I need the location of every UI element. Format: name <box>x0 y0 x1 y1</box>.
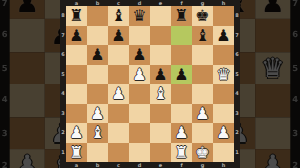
piece-white-pawn[interactable]: ♟ <box>108 84 129 104</box>
piece-black-pawn: ♟ <box>10 0 45 19</box>
square-a6 <box>10 19 45 52</box>
square-h5[interactable]: ♛ <box>213 65 234 85</box>
square-a8[interactable]: ♜ <box>66 6 87 26</box>
rank-label-6: 6 <box>290 19 300 52</box>
piece-white-bishop[interactable]: ♝ <box>150 84 171 104</box>
square-d7[interactable] <box>129 26 150 46</box>
square-e1[interactable] <box>150 143 171 163</box>
piece-white-pawn[interactable]: ♟ <box>171 123 192 143</box>
square-g3[interactable]: ♟ <box>192 104 213 124</box>
squares-grid: ♜♝♛♜♚♟♟♝♟♟♟♟♟♟♛♟♝♟♟♟♝♟♟♜♜♚ <box>66 6 234 162</box>
piece-white-bishop[interactable]: ♝ <box>87 123 108 143</box>
rank-label-6: 6 <box>0 19 10 52</box>
board-corner <box>234 162 240 168</box>
rank-label-8: 8 <box>234 6 240 26</box>
square-e4[interactable]: ♝ <box>150 84 171 104</box>
piece-white-king[interactable]: ♚ <box>192 143 213 163</box>
main-board-layer: abcdefgh87654321♜♝♛♜♚♟♟♝♟♟♟♟♟♟♛♟♝♟♟♟♝♟♟♜… <box>60 0 240 168</box>
video-frame: abcdefgh87654321♜♝♛♜♚♟♟♝♟♟♟♟♟♟♛♟♝♟♟♟♝♟♟♜… <box>0 0 300 168</box>
piece-white-pawn: ♟ <box>10 149 45 168</box>
square-a4 <box>10 84 45 117</box>
piece-white-queen[interactable]: ♛ <box>213 65 234 85</box>
square-h6 <box>255 19 290 52</box>
square-b7[interactable] <box>87 26 108 46</box>
square-b1[interactable] <box>87 143 108 163</box>
chess-board: abcdefgh87654321♜♝♛♜♚♟♟♝♟♟♟♟♟♟♛♟♝♟♟♟♝♟♟♜… <box>60 0 240 168</box>
square-e8[interactable] <box>150 6 171 26</box>
piece-white-pawn[interactable]: ♟ <box>66 123 87 143</box>
square-e3[interactable] <box>150 104 171 124</box>
rank-label-7: 7 <box>0 0 10 19</box>
piece-black-rook[interactable]: ♜ <box>171 6 192 26</box>
square-c3[interactable] <box>108 104 129 124</box>
square-g5[interactable] <box>192 65 213 85</box>
square-f2[interactable]: ♟ <box>171 123 192 143</box>
square-h8[interactable] <box>213 6 234 26</box>
rank-label-3: 3 <box>0 117 10 150</box>
square-d4[interactable] <box>129 84 150 104</box>
square-c8[interactable]: ♝ <box>108 6 129 26</box>
square-g8[interactable]: ♚ <box>192 6 213 26</box>
square-b6[interactable]: ♟ <box>87 45 108 65</box>
piece-white-queen: ♛ <box>255 51 290 84</box>
rank-label-3: 3 <box>234 104 240 124</box>
square-c6[interactable] <box>108 45 129 65</box>
piece-white-pawn[interactable]: ♟ <box>192 104 213 124</box>
square-d8[interactable]: ♛ <box>129 6 150 26</box>
square-b2[interactable]: ♝ <box>87 123 108 143</box>
piece-black-king[interactable]: ♚ <box>192 6 213 26</box>
piece-black-pawn[interactable]: ♟ <box>129 45 150 65</box>
square-h4[interactable] <box>213 84 234 104</box>
rank-label-5: 5 <box>0 51 10 84</box>
square-f1[interactable]: ♜ <box>171 143 192 163</box>
square-a5[interactable] <box>66 65 87 85</box>
square-d6[interactable]: ♟ <box>129 45 150 65</box>
square-h3[interactable] <box>213 104 234 124</box>
square-e2[interactable] <box>150 123 171 143</box>
square-h1[interactable] <box>213 143 234 163</box>
rank-label-2: 2 <box>290 149 300 168</box>
piece-black-pawn[interactable]: ♟ <box>87 45 108 65</box>
rank-labels-left: 87654321 <box>0 0 10 168</box>
square-g6[interactable] <box>192 45 213 65</box>
square-b4[interactable] <box>87 84 108 104</box>
rank-label-4: 4 <box>234 84 240 104</box>
square-a5 <box>10 51 45 84</box>
square-a2[interactable]: ♟ <box>66 123 87 143</box>
square-h7: ♟ <box>255 0 290 19</box>
square-h7[interactable]: ♟ <box>213 26 234 46</box>
square-d2[interactable] <box>129 123 150 143</box>
square-d1[interactable] <box>129 143 150 163</box>
piece-black-pawn[interactable]: ♟ <box>108 26 129 46</box>
square-g1[interactable]: ♚ <box>192 143 213 163</box>
square-b5[interactable] <box>87 65 108 85</box>
square-b3[interactable]: ♟ <box>87 104 108 124</box>
square-h3 <box>255 117 290 150</box>
rank-label-2: 2 <box>0 149 10 168</box>
square-f7[interactable] <box>171 26 192 46</box>
piece-white-pawn[interactable]: ♟ <box>213 123 234 143</box>
square-g7[interactable]: ♝ <box>192 26 213 46</box>
square-d5[interactable]: ♟ <box>129 65 150 85</box>
square-h5: ♛ <box>255 51 290 84</box>
rank-label-5: 5 <box>234 65 240 85</box>
square-a6[interactable] <box>66 45 87 65</box>
square-c5[interactable] <box>108 65 129 85</box>
square-a2: ♟ <box>10 149 45 168</box>
square-a3[interactable] <box>66 104 87 124</box>
piece-white-pawn[interactable]: ♟ <box>87 104 108 124</box>
square-c2[interactable] <box>108 123 129 143</box>
square-h4 <box>255 84 290 117</box>
square-h6[interactable] <box>213 45 234 65</box>
square-a4[interactable] <box>66 84 87 104</box>
piece-white-rook[interactable]: ♜ <box>66 143 87 163</box>
rank-label-3: 3 <box>290 117 300 150</box>
rank-labels-right: 87654321 <box>290 0 300 168</box>
rank-label-4: 4 <box>290 84 300 117</box>
file-label-c: c <box>108 162 129 168</box>
piece-black-pawn[interactable]: ♟ <box>66 26 87 46</box>
rank-labels-right: 87654321 <box>234 6 240 162</box>
square-c1[interactable] <box>108 143 129 163</box>
file-label-d: d <box>129 162 150 168</box>
square-a3 <box>10 117 45 150</box>
piece-black-pawn[interactable]: ♟ <box>213 26 234 46</box>
file-label-b: b <box>87 162 108 168</box>
piece-black-pawn[interactable]: ♟ <box>171 65 192 85</box>
file-label-e: e <box>150 162 171 168</box>
rank-label-7: 7 <box>234 26 240 46</box>
square-e5[interactable]: ♟ <box>150 65 171 85</box>
piece-black-queen[interactable]: ♛ <box>129 6 150 26</box>
square-f5[interactable]: ♟ <box>171 65 192 85</box>
square-h2[interactable]: ♟ <box>213 123 234 143</box>
square-b8[interactable] <box>87 6 108 26</box>
piece-white-pawn: ♟ <box>255 149 290 168</box>
square-c4[interactable]: ♟ <box>108 84 129 104</box>
square-a1[interactable]: ♜ <box>66 143 87 163</box>
square-a7: ♟ <box>10 0 45 19</box>
piece-white-pawn[interactable]: ♟ <box>129 65 150 85</box>
rank-label-6: 6 <box>234 45 240 65</box>
rank-label-1: 1 <box>234 143 240 163</box>
square-c7[interactable]: ♟ <box>108 26 129 46</box>
square-h2: ♟ <box>255 149 290 168</box>
rank-label-2: 2 <box>234 123 240 143</box>
file-labels-bottom: abcdefgh <box>66 162 234 168</box>
rank-label-7: 7 <box>290 0 300 19</box>
piece-black-bishop[interactable]: ♝ <box>108 6 129 26</box>
square-f4[interactable] <box>171 84 192 104</box>
piece-black-pawn: ♟ <box>255 0 290 19</box>
piece-black-pawn[interactable]: ♟ <box>150 65 171 85</box>
square-f8[interactable]: ♜ <box>171 6 192 26</box>
square-f6[interactable] <box>171 45 192 65</box>
square-g4[interactable] <box>192 84 213 104</box>
piece-white-rook[interactable]: ♜ <box>171 143 192 163</box>
square-e7[interactable] <box>150 26 171 46</box>
board-frame: abcdefgh87654321♜♝♛♜♚♟♟♝♟♟♟♟♟♟♛♟♝♟♟♟♝♟♟♜… <box>60 0 240 168</box>
square-f3[interactable] <box>171 104 192 124</box>
square-a7[interactable]: ♟ <box>66 26 87 46</box>
file-label-g: g <box>192 162 213 168</box>
piece-black-rook[interactable]: ♜ <box>66 6 87 26</box>
square-g2[interactable] <box>192 123 213 143</box>
rank-label-5: 5 <box>290 51 300 84</box>
square-e6[interactable] <box>150 45 171 65</box>
file-label-f: f <box>171 162 192 168</box>
file-label-a: a <box>66 162 87 168</box>
square-d3[interactable] <box>129 104 150 124</box>
piece-black-bishop[interactable]: ♝ <box>192 26 213 46</box>
rank-label-4: 4 <box>0 84 10 117</box>
file-label-h: h <box>213 162 234 168</box>
